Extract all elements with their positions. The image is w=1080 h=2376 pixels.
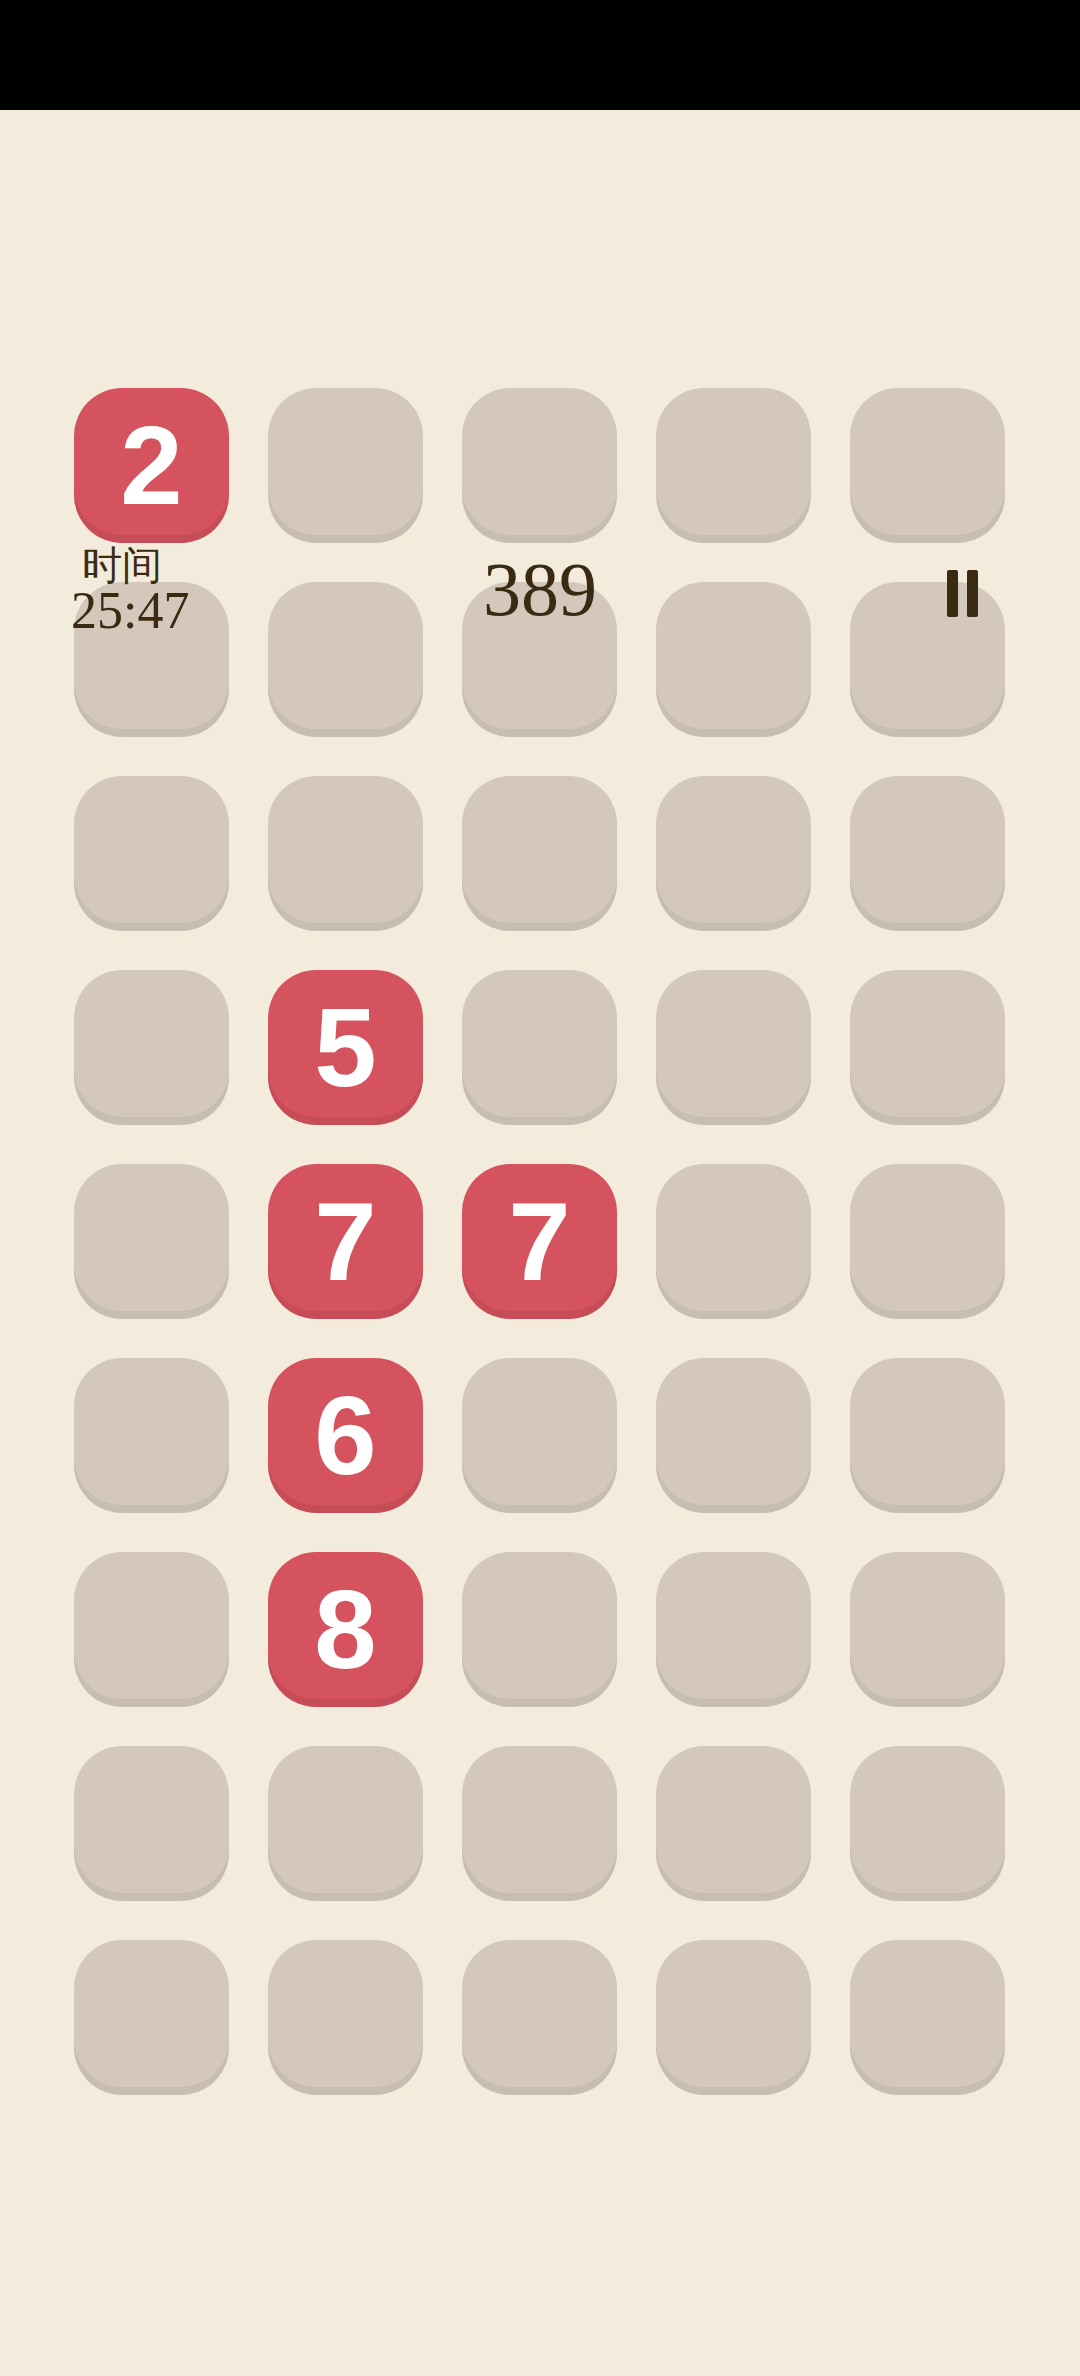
cell-r7c5[interactable] <box>850 1552 1005 1707</box>
cell-r8c5[interactable] <box>850 1746 1005 1901</box>
cell-r7c1[interactable] <box>74 1552 229 1707</box>
cell-r2c4[interactable] <box>656 582 811 737</box>
cell-r1c3[interactable] <box>462 388 617 543</box>
cell-r8c3[interactable] <box>462 1746 617 1901</box>
cell-r5c1[interactable] <box>74 1164 229 1319</box>
cell-r2c2[interactable] <box>268 582 423 737</box>
cell-r3c4[interactable] <box>656 776 811 931</box>
cell-r4c1[interactable] <box>74 970 229 1125</box>
cell-r1c2[interactable] <box>268 388 423 543</box>
cell-r7c4[interactable] <box>656 1552 811 1707</box>
cell-r4c4[interactable] <box>656 970 811 1125</box>
cell-r5c3[interactable]: 7 <box>462 1164 617 1319</box>
cell-r7c3[interactable] <box>462 1552 617 1707</box>
cell-r1c1[interactable]: 2 <box>74 388 229 543</box>
cell-r8c1[interactable] <box>74 1746 229 1901</box>
cell-r3c2[interactable] <box>268 776 423 931</box>
cell-r6c3[interactable] <box>462 1358 617 1513</box>
cell-r4c5[interactable] <box>850 970 1005 1125</box>
pause-button[interactable] <box>941 562 984 624</box>
cell-r4c2[interactable]: 5 <box>268 970 423 1125</box>
cell-r5c4[interactable] <box>656 1164 811 1319</box>
cell-r3c1[interactable] <box>74 776 229 931</box>
cell-r9c1[interactable] <box>74 1940 229 2095</box>
cell-r7c2[interactable]: 8 <box>268 1552 423 1707</box>
cell-r2c3[interactable] <box>462 582 617 737</box>
cell-r4c3[interactable] <box>462 970 617 1125</box>
cell-r6c4[interactable] <box>656 1358 811 1513</box>
cell-r6c2[interactable]: 6 <box>268 1358 423 1513</box>
cell-r9c4[interactable] <box>656 1940 811 2095</box>
pause-icon <box>947 570 958 617</box>
cell-r9c3[interactable] <box>462 1940 617 2095</box>
cell-r1c4[interactable] <box>656 388 811 543</box>
cell-r6c5[interactable] <box>850 1358 1005 1513</box>
cell-r6c1[interactable] <box>74 1358 229 1513</box>
pause-icon <box>967 570 978 617</box>
cell-r9c2[interactable] <box>268 1940 423 2095</box>
cell-r1c5[interactable] <box>850 388 1005 543</box>
cell-r8c2[interactable] <box>268 1746 423 1901</box>
cell-r3c3[interactable] <box>462 776 617 931</box>
cell-r5c2[interactable]: 7 <box>268 1164 423 1319</box>
cell-r9c5[interactable] <box>850 1940 1005 2095</box>
status-bar <box>0 0 1080 110</box>
cell-r8c4[interactable] <box>656 1746 811 1901</box>
cell-r3c5[interactable] <box>850 776 1005 931</box>
cell-r2c1[interactable] <box>74 582 229 737</box>
cell-r5c5[interactable] <box>850 1164 1005 1319</box>
game-board: 257768 <box>74 388 1005 2095</box>
